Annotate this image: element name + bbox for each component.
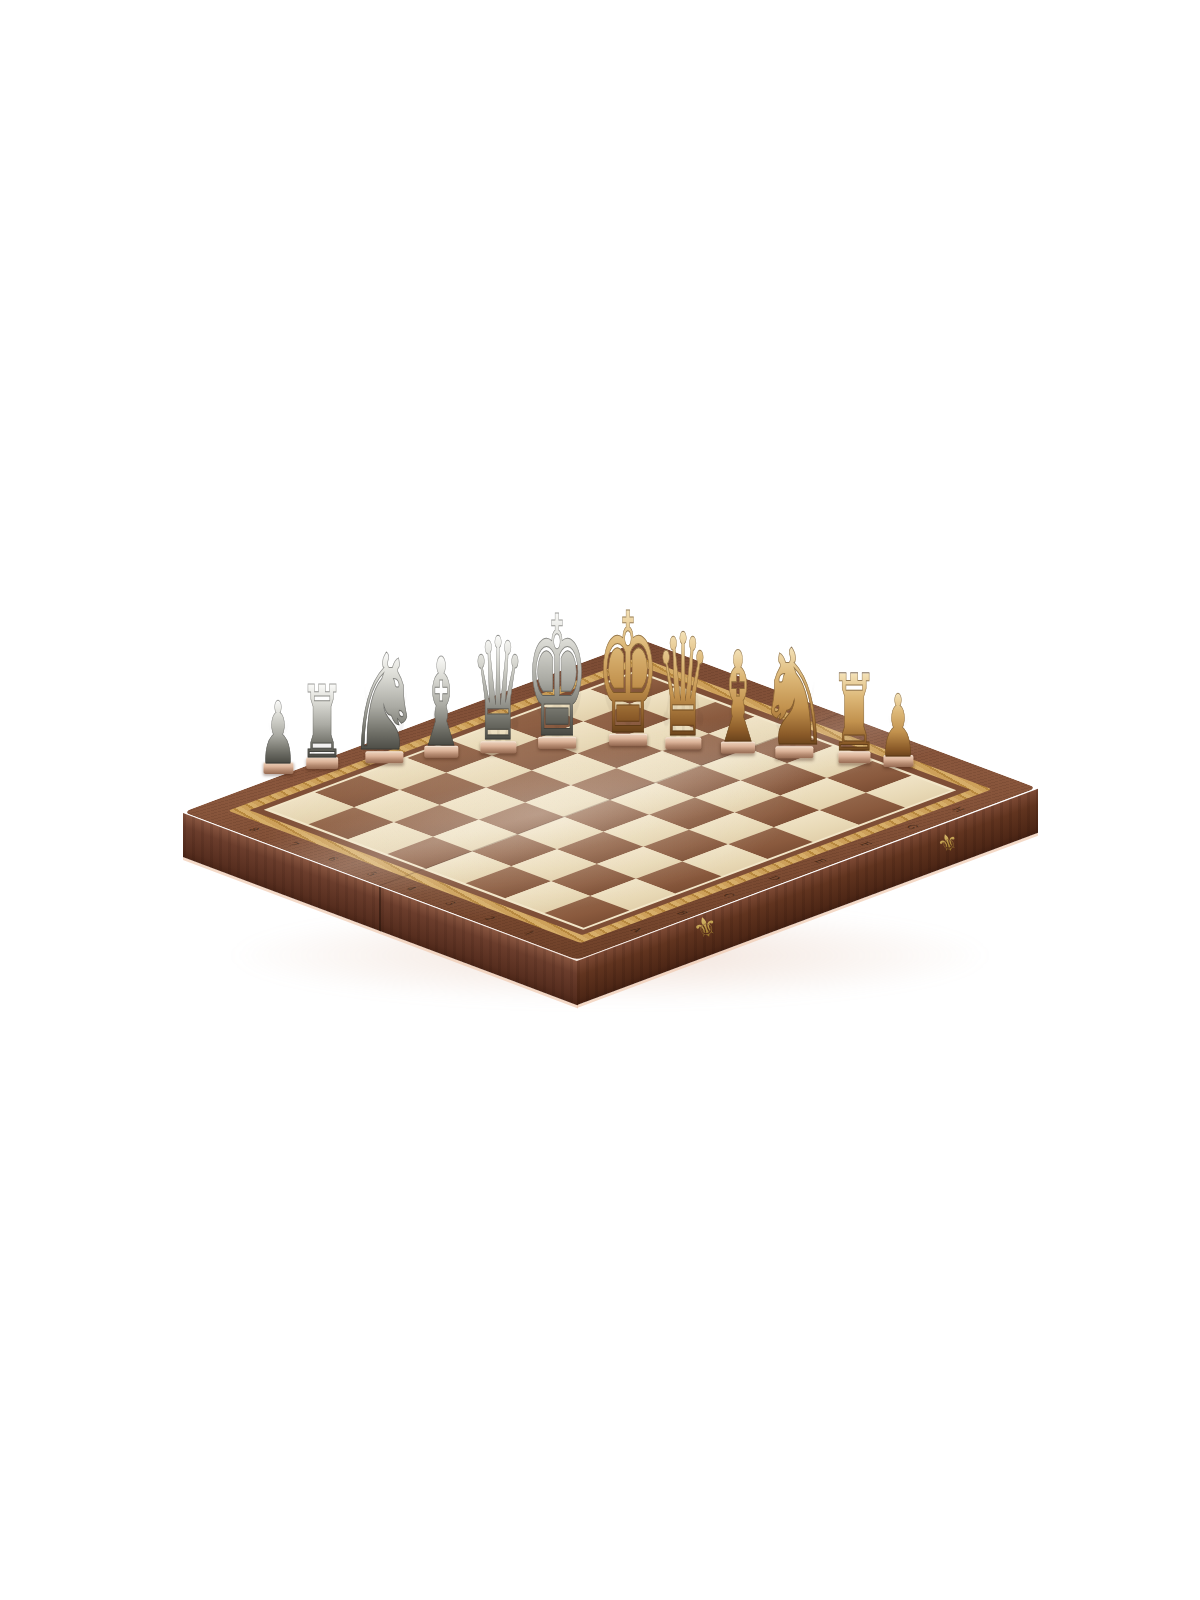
piece-gold-pawn[interactable]: ♟♟ bbox=[859, 693, 936, 767]
fold-seam-edge bbox=[379, 887, 381, 932]
product-photo-chess-set: 12345678 ABCDEFGH ⚜⚜ ♟♟♜♜♞♞♝♝♛♛♚♚♚♚♛♛♝♝♞… bbox=[0, 0, 1200, 1600]
gold-pawn-figure: ♟ bbox=[879, 693, 916, 760]
